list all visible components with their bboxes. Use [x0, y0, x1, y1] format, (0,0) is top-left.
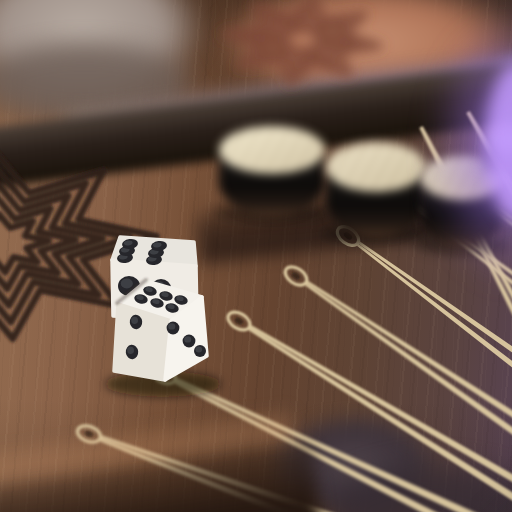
vignette	[0, 0, 512, 512]
backgammon-board-photo	[0, 0, 512, 512]
